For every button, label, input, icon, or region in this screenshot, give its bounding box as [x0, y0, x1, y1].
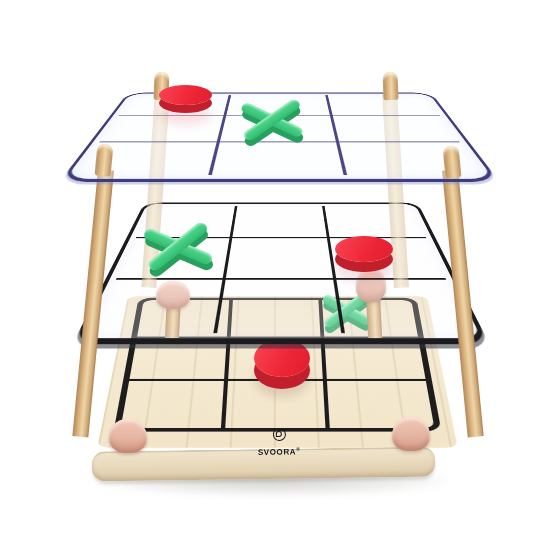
cell-middle-front-right: [336, 279, 472, 333]
o-piece-middle-right: O: [335, 236, 393, 262]
cell-top-middle-left: [99, 116, 225, 142]
logo-text: SVOORA®: [248, 444, 310, 457]
board-layer-middle: [72, 202, 489, 344]
post-collar-front-left: [109, 419, 147, 453]
post-tip-front-right: [443, 145, 462, 178]
cell-middle-center: [226, 238, 336, 279]
post-collar-front-right: [392, 417, 430, 451]
cell-bottom-front-middle: [225, 381, 330, 428]
x-piece-top-center: X: [238, 102, 305, 139]
brand-logo: SVOORA®: [248, 426, 311, 457]
post-tip-back-right: [383, 72, 399, 101]
x-piece-middle-left: X: [140, 224, 215, 269]
cell-top-front-right: [340, 142, 484, 175]
cell-top-front-middle: [211, 142, 347, 175]
registered-mark: ®: [296, 446, 300, 452]
cell-middle-front-left: [90, 279, 226, 333]
post-tip-front-left: [95, 143, 114, 176]
cell-middle-front-middle: [217, 279, 344, 333]
o-piece-top-back-left: O: [159, 85, 212, 105]
cell-top-middle-right: [333, 116, 459, 142]
cell-middle-back-middle: [233, 206, 330, 238]
spiral-logo-icon: [272, 428, 285, 441]
cell-bottom-middle-left: [129, 338, 230, 380]
product-photo-3d-tictactoe: SVOORA® X O: [0, 0, 550, 550]
cell-middle-back-right: [324, 206, 426, 238]
o-piece-bottom-center: O: [254, 339, 310, 377]
cell-bottom-middle-right: [324, 338, 425, 380]
